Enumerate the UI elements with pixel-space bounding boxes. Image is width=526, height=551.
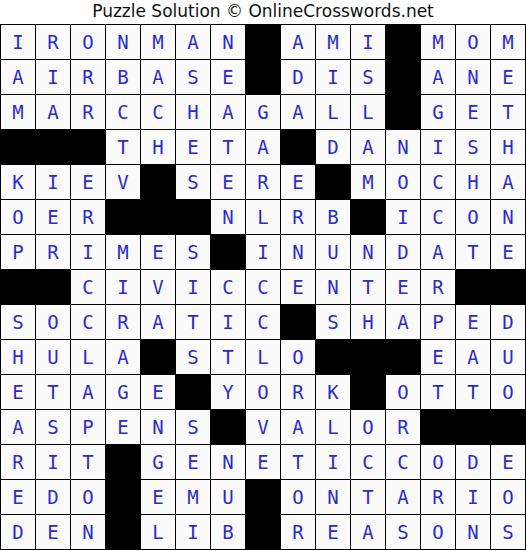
letter-cell[interactable]: H xyxy=(491,130,525,164)
letter-cell[interactable]: L xyxy=(246,200,280,234)
letter-cell[interactable]: O xyxy=(491,480,525,514)
letter-cell[interactable]: M xyxy=(176,480,210,514)
block-cell[interactable] xyxy=(246,60,280,94)
letter-cell[interactable]: I xyxy=(176,515,210,549)
letter-cell[interactable]: N xyxy=(281,235,315,269)
letter-cell[interactable]: U xyxy=(211,480,245,514)
letter-cell[interactable]: S xyxy=(351,60,385,94)
letter-cell[interactable]: A xyxy=(246,130,280,164)
letter-cell[interactable]: R xyxy=(71,60,105,94)
letter-cell[interactable]: S xyxy=(176,235,210,269)
letter-cell[interactable]: R xyxy=(421,480,455,514)
letter-cell[interactable]: C xyxy=(421,165,455,199)
letter-cell[interactable]: I xyxy=(106,270,140,304)
letter-cell[interactable]: O xyxy=(281,340,315,374)
block-cell[interactable] xyxy=(386,60,420,94)
letter-cell[interactable]: S xyxy=(456,130,490,164)
letter-cell[interactable]: N xyxy=(456,60,490,94)
block-cell[interactable] xyxy=(36,270,70,304)
letter-cell[interactable]: N xyxy=(141,410,175,444)
letter-cell[interactable]: P xyxy=(1,235,35,269)
letter-cell[interactable]: O xyxy=(71,25,105,59)
letter-cell[interactable]: O xyxy=(246,375,280,409)
block-cell[interactable] xyxy=(1,270,35,304)
letter-cell[interactable]: T xyxy=(421,375,455,409)
letter-cell[interactable]: P xyxy=(421,305,455,339)
letter-cell[interactable]: K xyxy=(1,165,35,199)
letter-cell[interactable]: R xyxy=(36,235,70,269)
letter-cell[interactable]: E xyxy=(386,270,420,304)
letter-cell[interactable]: A xyxy=(281,410,315,444)
letter-cell[interactable]: D xyxy=(1,515,35,549)
letter-cell[interactable]: I xyxy=(351,25,385,59)
letter-cell[interactable]: D xyxy=(36,480,70,514)
letter-cell[interactable]: E xyxy=(106,410,140,444)
block-cell[interactable] xyxy=(176,200,210,234)
letter-cell[interactable]: T xyxy=(351,270,385,304)
letter-cell[interactable]: A xyxy=(351,515,385,549)
letter-cell[interactable]: A xyxy=(456,340,490,374)
letter-cell[interactable]: N xyxy=(211,445,245,479)
letter-cell[interactable]: S xyxy=(316,305,350,339)
letter-cell[interactable]: L xyxy=(246,340,280,374)
letter-cell[interactable]: D xyxy=(386,235,420,269)
block-cell[interactable] xyxy=(386,25,420,59)
letter-cell[interactable]: U xyxy=(36,340,70,374)
block-cell[interactable] xyxy=(71,130,105,164)
block-cell[interactable] xyxy=(246,25,280,59)
letter-cell[interactable]: A xyxy=(36,95,70,129)
letter-cell[interactable]: O xyxy=(1,200,35,234)
block-cell[interactable] xyxy=(316,340,350,374)
letter-cell[interactable]: N xyxy=(316,480,350,514)
letter-cell[interactable]: C xyxy=(351,445,385,479)
letter-cell[interactable]: S xyxy=(36,410,70,444)
letter-cell[interactable]: K xyxy=(316,375,350,409)
letter-cell[interactable]: E xyxy=(1,480,35,514)
block-cell[interactable] xyxy=(421,410,455,444)
letter-cell[interactable]: R xyxy=(421,270,455,304)
letter-cell[interactable]: R xyxy=(71,95,105,129)
letter-cell[interactable]: E xyxy=(491,235,525,269)
block-cell[interactable] xyxy=(1,130,35,164)
block-cell[interactable] xyxy=(141,200,175,234)
block-cell[interactable] xyxy=(246,480,280,514)
block-cell[interactable] xyxy=(351,200,385,234)
letter-cell[interactable]: T xyxy=(211,340,245,374)
letter-cell[interactable]: O xyxy=(421,515,455,549)
letter-cell[interactable]: L xyxy=(316,410,350,444)
letter-cell[interactable]: A xyxy=(1,60,35,94)
letter-cell[interactable]: E xyxy=(246,445,280,479)
block-cell[interactable] xyxy=(106,200,140,234)
letter-cell[interactable]: P xyxy=(71,410,105,444)
letter-cell[interactable]: I xyxy=(246,235,280,269)
letter-cell[interactable]: M xyxy=(421,25,455,59)
letter-cell[interactable]: I xyxy=(176,270,210,304)
letter-cell[interactable]: A xyxy=(106,340,140,374)
block-cell[interactable] xyxy=(211,410,245,444)
block-cell[interactable] xyxy=(491,270,525,304)
letter-cell[interactable]: R xyxy=(106,305,140,339)
letter-cell[interactable]: N xyxy=(211,25,245,59)
letter-cell[interactable]: R xyxy=(281,200,315,234)
letter-cell[interactable]: H xyxy=(176,95,210,129)
block-cell[interactable] xyxy=(351,340,385,374)
letter-cell[interactable]: O xyxy=(351,410,385,444)
letter-cell[interactable]: E xyxy=(71,165,105,199)
letter-cell[interactable]: H xyxy=(141,130,175,164)
letter-cell[interactable]: C xyxy=(211,270,245,304)
letter-cell[interactable]: E xyxy=(316,515,350,549)
letter-cell[interactable]: C xyxy=(71,305,105,339)
letter-cell[interactable]: C xyxy=(141,95,175,129)
letter-cell[interactable]: I xyxy=(36,445,70,479)
block-cell[interactable] xyxy=(36,130,70,164)
letter-cell[interactable]: E xyxy=(491,445,525,479)
letter-cell[interactable]: T xyxy=(281,445,315,479)
letter-cell[interactable]: V xyxy=(246,410,280,444)
letter-cell[interactable]: O xyxy=(281,480,315,514)
letter-cell[interactable]: G xyxy=(246,95,280,129)
letter-cell[interactable]: E xyxy=(421,340,455,374)
letter-cell[interactable]: O xyxy=(386,165,420,199)
letter-cell[interactable]: N xyxy=(211,200,245,234)
letter-cell[interactable]: T xyxy=(351,480,385,514)
letter-cell[interactable]: A xyxy=(281,95,315,129)
letter-cell[interactable]: A xyxy=(421,60,455,94)
letter-cell[interactable]: E xyxy=(141,235,175,269)
letter-cell[interactable]: N xyxy=(316,270,350,304)
letter-cell[interactable]: T xyxy=(491,95,525,129)
letter-cell[interactable]: S xyxy=(176,165,210,199)
block-cell[interactable] xyxy=(281,130,315,164)
letter-cell[interactable]: G xyxy=(106,375,140,409)
letter-cell[interactable]: O xyxy=(491,375,525,409)
letter-cell[interactable]: O xyxy=(456,200,490,234)
letter-cell[interactable]: R xyxy=(1,445,35,479)
letter-cell[interactable]: E xyxy=(141,480,175,514)
puzzle-solution-page: Puzzle Solution © OnlineCrosswords.net I… xyxy=(0,0,526,550)
letter-cell[interactable]: L xyxy=(351,95,385,129)
letter-cell[interactable]: R xyxy=(36,25,70,59)
page-title: Puzzle Solution © OnlineCrosswords.net xyxy=(0,0,526,24)
letter-cell[interactable]: G xyxy=(421,95,455,129)
letter-cell[interactable]: C xyxy=(106,95,140,129)
letter-cell[interactable]: D xyxy=(281,60,315,94)
letter-cell[interactable]: E xyxy=(36,515,70,549)
letter-cell[interactable]: D xyxy=(456,445,490,479)
letter-cell[interactable]: R xyxy=(246,165,280,199)
letter-cell[interactable]: T xyxy=(176,305,210,339)
letter-cell[interactable]: I xyxy=(386,200,420,234)
letter-cell[interactable]: N xyxy=(71,515,105,549)
letter-cell[interactable]: A xyxy=(176,25,210,59)
letter-cell[interactable]: N xyxy=(106,25,140,59)
letter-cell[interactable]: N xyxy=(386,130,420,164)
letter-cell[interactable]: R xyxy=(281,515,315,549)
letter-cell[interactable]: U xyxy=(491,340,525,374)
letter-cell[interactable]: A xyxy=(421,235,455,269)
letter-cell[interactable]: N xyxy=(491,200,525,234)
letter-cell[interactable]: I xyxy=(36,60,70,94)
letter-cell[interactable]: N xyxy=(456,515,490,549)
letter-cell[interactable]: I xyxy=(36,165,70,199)
letter-cell[interactable]: C xyxy=(386,445,420,479)
letter-cell[interactable]: O xyxy=(421,445,455,479)
letter-cell[interactable]: R xyxy=(281,375,315,409)
letter-cell[interactable]: M xyxy=(351,165,385,199)
block-cell[interactable] xyxy=(246,515,280,549)
block-cell[interactable] xyxy=(456,270,490,304)
letter-cell[interactable]: A xyxy=(71,375,105,409)
letter-cell[interactable]: C xyxy=(421,200,455,234)
letter-cell[interactable]: E xyxy=(456,305,490,339)
letter-cell[interactable]: H xyxy=(1,340,35,374)
letter-cell[interactable]: E xyxy=(36,200,70,234)
letter-cell[interactable]: A xyxy=(141,305,175,339)
letter-cell[interactable]: S xyxy=(176,60,210,94)
letter-cell[interactable]: O xyxy=(36,305,70,339)
letter-cell[interactable]: E xyxy=(491,60,525,94)
block-cell[interactable] xyxy=(106,445,140,479)
block-cell[interactable] xyxy=(176,375,210,409)
letter-cell[interactable]: B xyxy=(316,200,350,234)
block-cell[interactable] xyxy=(386,95,420,129)
letter-cell[interactable]: E xyxy=(281,270,315,304)
letter-cell[interactable]: T xyxy=(71,445,105,479)
letter-cell[interactable]: T xyxy=(106,130,140,164)
letter-cell[interactable]: R xyxy=(71,200,105,234)
letter-cell[interactable]: A xyxy=(1,410,35,444)
letter-cell[interactable]: A xyxy=(386,480,420,514)
letter-cell[interactable]: I xyxy=(1,25,35,59)
letter-cell[interactable]: S xyxy=(176,340,210,374)
letter-cell[interactable]: I xyxy=(211,305,245,339)
letter-cell[interactable]: Y xyxy=(211,375,245,409)
letter-cell[interactable]: E xyxy=(211,60,245,94)
letter-cell[interactable]: S xyxy=(386,515,420,549)
letter-cell[interactable]: O xyxy=(71,480,105,514)
letter-cell[interactable]: B xyxy=(211,515,245,549)
letter-cell[interactable]: I xyxy=(456,480,490,514)
letter-cell[interactable]: V xyxy=(141,270,175,304)
letter-cell[interactable]: A xyxy=(351,130,385,164)
letter-cell[interactable]: M xyxy=(141,25,175,59)
letter-cell[interactable]: U xyxy=(316,235,350,269)
letter-cell[interactable]: I xyxy=(316,445,350,479)
letter-cell[interactable]: L xyxy=(71,340,105,374)
letter-cell[interactable]: I xyxy=(421,130,455,164)
block-cell[interactable] xyxy=(351,375,385,409)
letter-cell[interactable]: H xyxy=(351,305,385,339)
letter-cell[interactable]: T xyxy=(211,130,245,164)
block-cell[interactable] xyxy=(141,340,175,374)
letter-cell[interactable]: T xyxy=(36,375,70,409)
block-cell[interactable] xyxy=(211,235,245,269)
crossword-grid: IRONMANAMIMOMAIRBASEDISANEMARCCHAGALLGET… xyxy=(0,24,526,550)
letter-cell[interactable]: E xyxy=(281,165,315,199)
letter-cell[interactable]: T xyxy=(456,235,490,269)
letter-cell[interactable]: V xyxy=(106,165,140,199)
letter-cell[interactable]: A xyxy=(386,305,420,339)
letter-cell[interactable]: L xyxy=(316,95,350,129)
letter-cell[interactable]: A xyxy=(141,60,175,94)
block-cell[interactable] xyxy=(281,305,315,339)
block-cell[interactable] xyxy=(106,515,140,549)
letter-cell[interactable]: H xyxy=(456,165,490,199)
letter-cell[interactable]: C xyxy=(71,270,105,304)
letter-cell[interactable]: G xyxy=(141,445,175,479)
letter-cell[interactable]: A xyxy=(211,95,245,129)
letter-cell[interactable]: B xyxy=(106,60,140,94)
letter-cell[interactable]: C xyxy=(246,305,280,339)
letter-cell[interactable]: L xyxy=(141,515,175,549)
letter-cell[interactable]: E xyxy=(176,130,210,164)
letter-cell[interactable]: E xyxy=(141,375,175,409)
letter-cell[interactable]: O xyxy=(386,375,420,409)
letter-cell[interactable]: M xyxy=(491,25,525,59)
block-cell[interactable] xyxy=(106,480,140,514)
letter-cell[interactable]: T xyxy=(456,375,490,409)
block-cell[interactable] xyxy=(491,410,525,444)
letter-cell[interactable]: O xyxy=(456,25,490,59)
letter-cell[interactable]: D xyxy=(491,305,525,339)
letter-cell[interactable]: N xyxy=(351,235,385,269)
letter-cell[interactable]: A xyxy=(491,165,525,199)
block-cell[interactable] xyxy=(316,165,350,199)
letter-cell[interactable]: D xyxy=(316,130,350,164)
letter-cell[interactable]: S xyxy=(176,410,210,444)
letter-cell[interactable]: E xyxy=(1,375,35,409)
letter-cell[interactable]: I xyxy=(71,235,105,269)
letter-cell[interactable]: M xyxy=(1,95,35,129)
letter-cell[interactable]: C xyxy=(246,270,280,304)
letter-cell[interactable]: I xyxy=(316,60,350,94)
letter-cell[interactable]: A xyxy=(281,25,315,59)
letter-cell[interactable]: E xyxy=(176,445,210,479)
block-cell[interactable] xyxy=(141,165,175,199)
letter-cell[interactable]: E xyxy=(456,95,490,129)
letter-cell[interactable]: S xyxy=(491,515,525,549)
block-cell[interactable] xyxy=(386,340,420,374)
letter-cell[interactable]: E xyxy=(211,165,245,199)
letter-cell[interactable]: M xyxy=(316,25,350,59)
letter-cell[interactable]: S xyxy=(1,305,35,339)
letter-cell[interactable]: R xyxy=(386,410,420,444)
letter-cell[interactable]: M xyxy=(106,235,140,269)
block-cell[interactable] xyxy=(456,410,490,444)
